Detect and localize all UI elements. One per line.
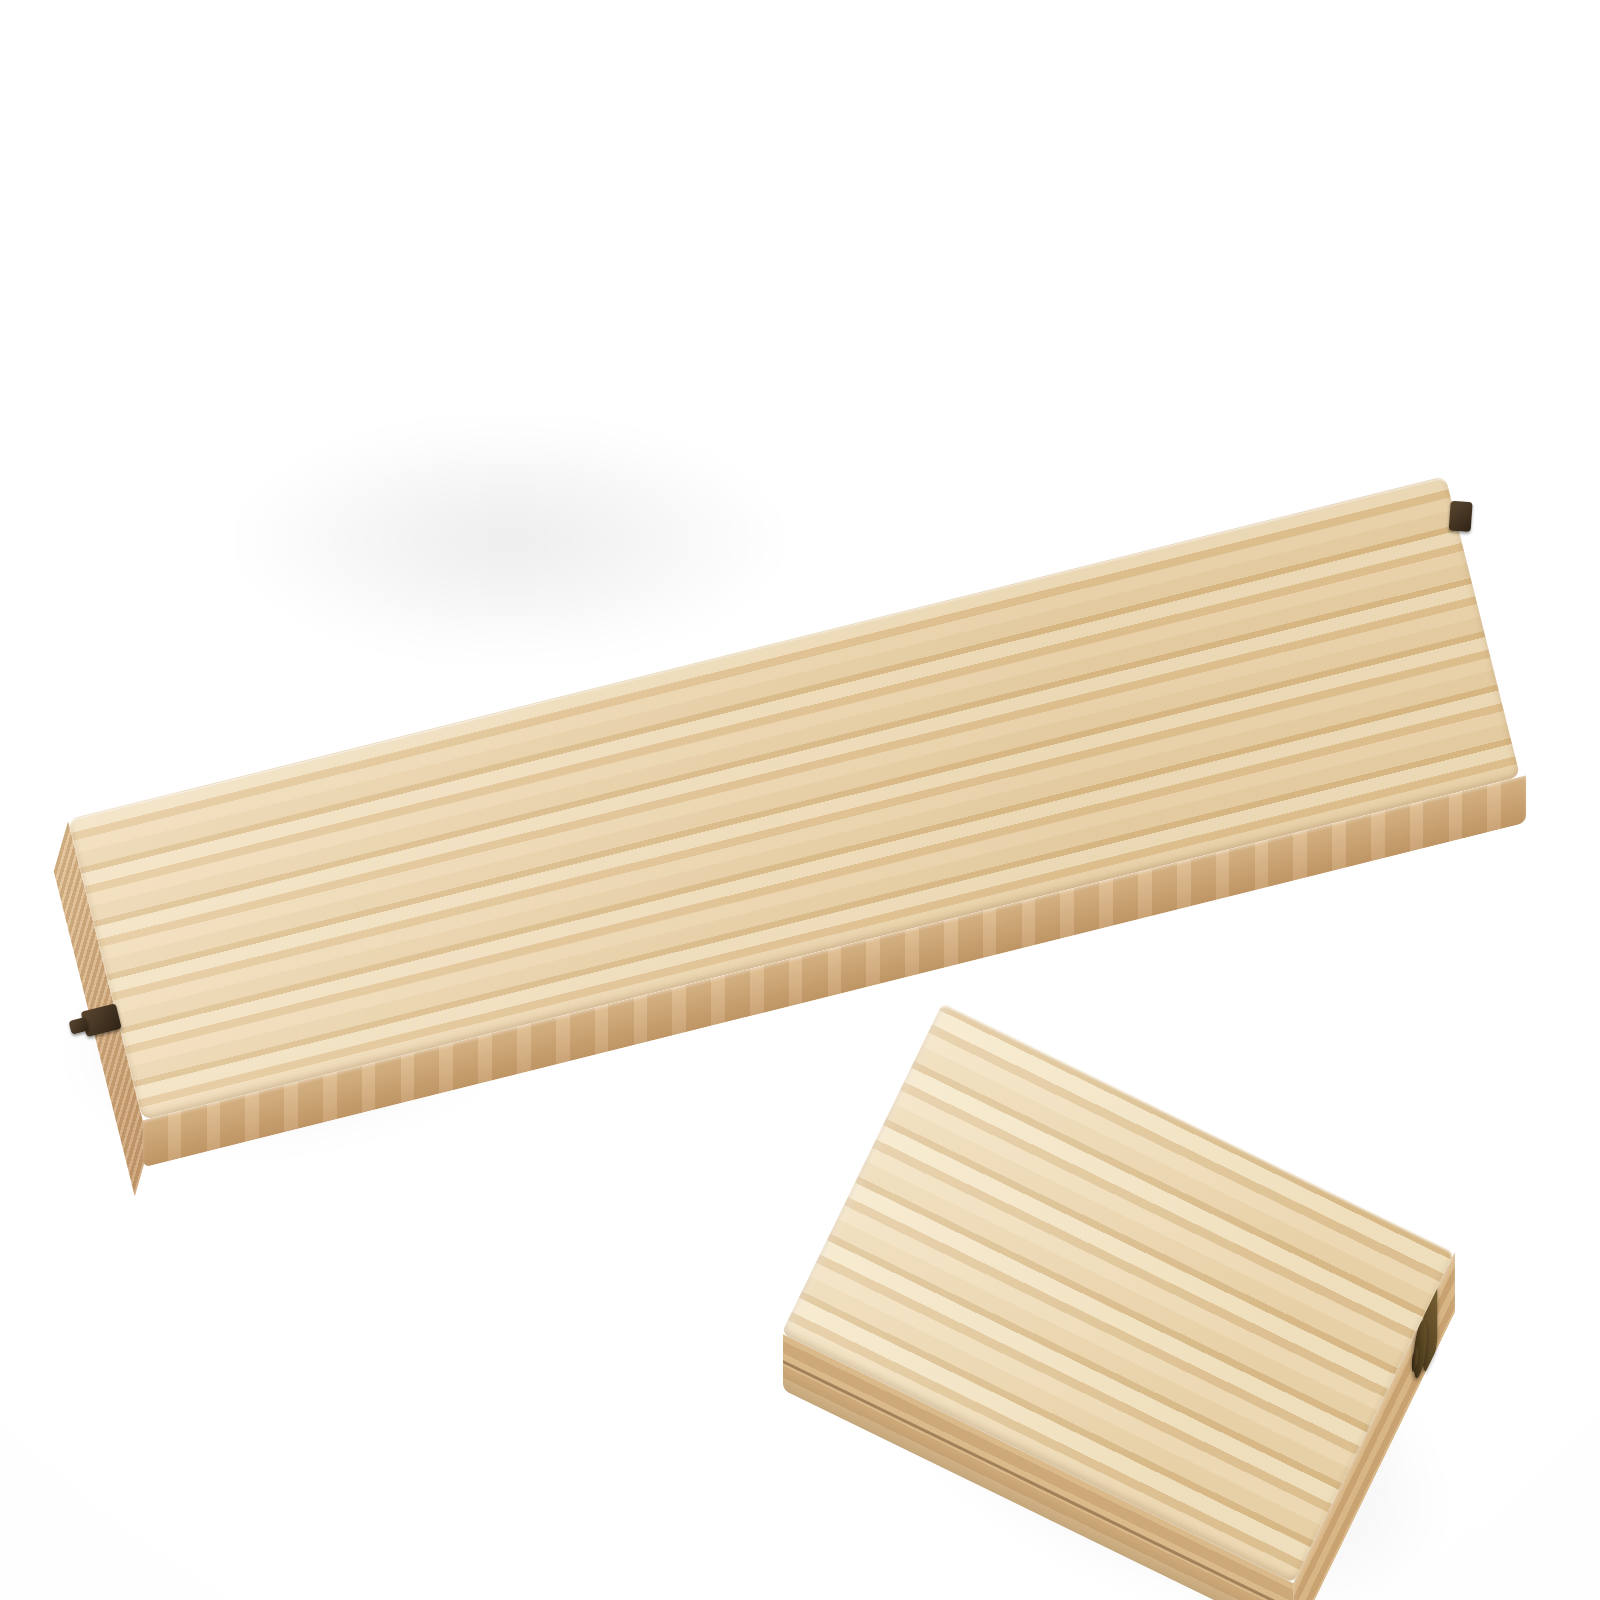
mancala-board-folded bbox=[781, 1003, 1455, 1584]
gem-pile bbox=[150, 140, 830, 680]
latch-hook-icon bbox=[1449, 501, 1473, 532]
product-photo-scene bbox=[0, 0, 1600, 1600]
